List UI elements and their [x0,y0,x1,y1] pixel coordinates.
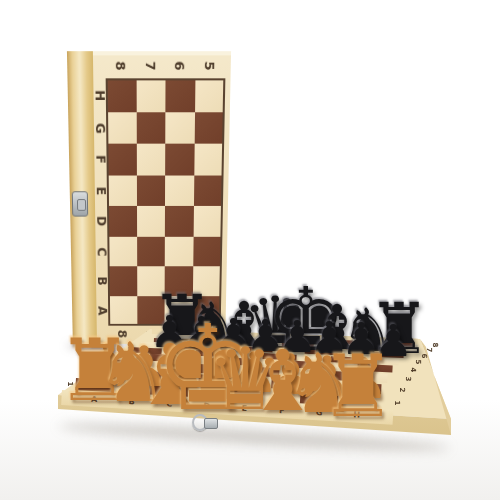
rank-label-2-right: 2 [398,388,406,393]
rank-label-3-right: 3 [404,377,412,382]
piece-white-rook[interactable]: ♜ [319,342,396,428]
chess-set-scene: 87658765HGFEDCBA 8765432211ABCDEFGH ♜♞♝♛… [0,0,500,500]
